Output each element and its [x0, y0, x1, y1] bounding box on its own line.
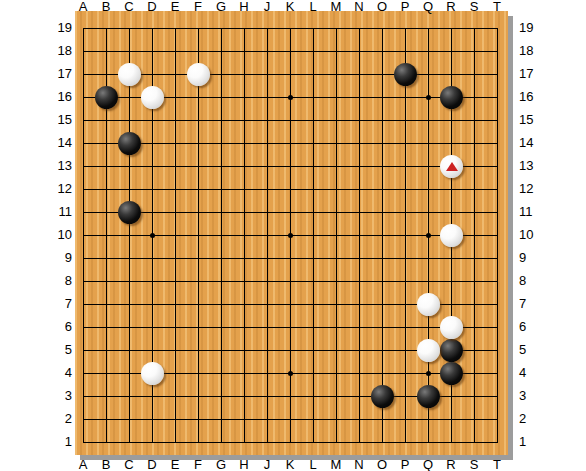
coord-label-top-c: C: [119, 0, 139, 14]
coord-label-left-15: 15: [52, 113, 72, 127]
stone-black-q3: [417, 385, 440, 408]
coord-label-right-14: 14: [519, 136, 539, 150]
coord-label-right-8: 8: [519, 274, 539, 288]
coord-label-right-11: 11: [519, 205, 539, 219]
coord-label-bottom-c: C: [119, 458, 139, 471]
coord-label-right-13: 13: [519, 159, 539, 173]
coord-label-top-a: A: [73, 0, 93, 14]
stone-black-r4: [440, 362, 463, 385]
coord-label-left-4: 4: [52, 366, 72, 380]
coord-label-left-8: 8: [52, 274, 72, 288]
stone-white-d4: [141, 362, 164, 385]
stone-black-b16: [95, 86, 118, 109]
coord-label-bottom-b: B: [96, 458, 116, 471]
coord-label-left-11: 11: [52, 205, 72, 219]
last-move-triangle-marker: [446, 162, 458, 171]
coord-label-right-15: 15: [519, 113, 539, 127]
star-point-k10: [288, 233, 293, 238]
coord-label-top-l: L: [303, 0, 323, 14]
coord-label-top-h: H: [234, 0, 254, 14]
coord-label-bottom-f: F: [188, 458, 208, 471]
coord-label-top-e: E: [165, 0, 185, 14]
coord-label-right-12: 12: [519, 182, 539, 196]
coord-label-right-5: 5: [519, 343, 539, 357]
coord-label-bottom-t: T: [487, 458, 507, 471]
coord-label-top-n: N: [349, 0, 369, 14]
coord-label-bottom-g: G: [211, 458, 231, 471]
coord-label-bottom-o: O: [372, 458, 392, 471]
stone-black-r5: [440, 339, 463, 362]
stone-black-r16: [440, 86, 463, 109]
stone-white-r6: [440, 316, 463, 339]
stone-white-d16: [141, 86, 164, 109]
coord-label-right-9: 9: [519, 251, 539, 265]
star-point-d10: [150, 233, 155, 238]
coord-label-bottom-l: L: [303, 458, 323, 471]
coord-label-top-t: T: [487, 0, 507, 14]
stone-white-r10: [440, 224, 463, 247]
stone-black-c14: [118, 132, 141, 155]
coord-label-right-17: 17: [519, 67, 539, 81]
coord-label-top-g: G: [211, 0, 231, 14]
coord-label-bottom-m: M: [326, 458, 346, 471]
coord-label-top-o: O: [372, 0, 392, 14]
coord-label-top-b: B: [96, 0, 116, 14]
star-point-q4: [426, 371, 431, 376]
coord-label-left-19: 19: [52, 21, 72, 35]
coord-label-right-4: 4: [519, 366, 539, 380]
coord-label-left-12: 12: [52, 182, 72, 196]
coord-label-right-2: 2: [519, 412, 539, 426]
stone-white-q5: [417, 339, 440, 362]
coord-label-bottom-h: H: [234, 458, 254, 471]
coord-label-left-1: 1: [52, 435, 72, 449]
coord-label-left-5: 5: [52, 343, 72, 357]
page: AABBCCDDEEFFGGHHJJKKLLMMNNOOPPQQRRSSTT19…: [0, 0, 586, 471]
coord-label-left-17: 17: [52, 67, 72, 81]
coord-label-top-j: J: [257, 0, 277, 14]
coord-label-right-1: 1: [519, 435, 539, 449]
coord-label-bottom-a: A: [73, 458, 93, 471]
coord-label-left-16: 16: [52, 90, 72, 104]
coord-label-bottom-j: J: [257, 458, 277, 471]
stone-black-c11: [118, 201, 141, 224]
coord-label-left-14: 14: [52, 136, 72, 150]
star-point-q16: [426, 95, 431, 100]
coord-label-right-18: 18: [519, 44, 539, 58]
coord-label-bottom-k: K: [280, 458, 300, 471]
coord-label-bottom-d: D: [142, 458, 162, 471]
coord-label-top-p: P: [395, 0, 415, 14]
go-board[interactable]: [75, 11, 508, 455]
coord-label-bottom-e: E: [165, 458, 185, 471]
coord-label-right-16: 16: [519, 90, 539, 104]
coord-label-left-18: 18: [52, 44, 72, 58]
stone-white-f17: [187, 63, 210, 86]
coord-label-bottom-p: P: [395, 458, 415, 471]
coord-label-top-k: K: [280, 0, 300, 14]
coord-label-top-d: D: [142, 0, 162, 14]
coord-label-left-7: 7: [52, 297, 72, 311]
coord-label-right-6: 6: [519, 320, 539, 334]
coord-label-bottom-r: R: [441, 458, 461, 471]
coord-label-left-13: 13: [52, 159, 72, 173]
coord-label-bottom-n: N: [349, 458, 369, 471]
coord-label-bottom-q: Q: [418, 458, 438, 471]
star-point-k16: [288, 95, 293, 100]
coord-label-bottom-s: S: [464, 458, 484, 471]
coord-label-left-2: 2: [52, 412, 72, 426]
coord-label-top-s: S: [464, 0, 484, 14]
coord-label-left-9: 9: [52, 251, 72, 265]
coord-label-top-f: F: [188, 0, 208, 14]
stone-black-o3: [371, 385, 394, 408]
coord-label-left-3: 3: [52, 389, 72, 403]
stone-white-q7: [417, 293, 440, 316]
coord-label-top-m: M: [326, 0, 346, 14]
coord-label-right-10: 10: [519, 228, 539, 242]
coord-label-top-r: R: [441, 0, 461, 14]
star-point-k4: [288, 371, 293, 376]
stone-black-p17: [394, 63, 417, 86]
coord-label-left-10: 10: [52, 228, 72, 242]
stone-white-c17: [118, 63, 141, 86]
star-point-q10: [426, 233, 431, 238]
coord-label-right-3: 3: [519, 389, 539, 403]
coord-label-right-19: 19: [519, 21, 539, 35]
coord-label-left-6: 6: [52, 320, 72, 334]
coord-label-right-7: 7: [519, 297, 539, 311]
coord-label-top-q: Q: [418, 0, 438, 14]
stone-white-r13: [440, 155, 463, 178]
